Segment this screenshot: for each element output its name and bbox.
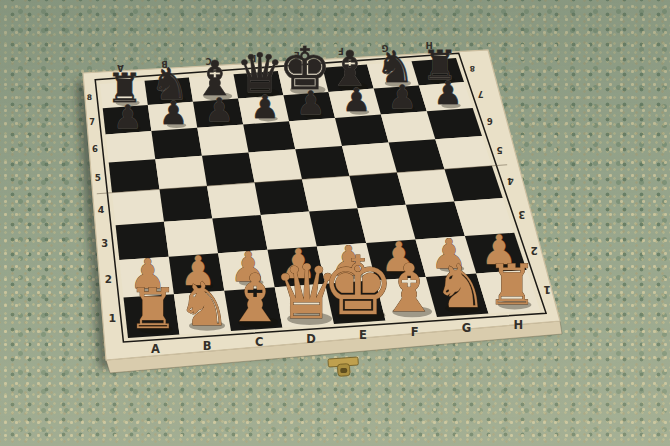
file-label-near-C: C [255, 335, 263, 349]
piece-black-pawn-c7: ♟ [205, 91, 234, 129]
piece-white-knight-g1: ♞ [434, 251, 488, 321]
rank-label-right-3: 3 [518, 209, 525, 220]
square-f4 [350, 173, 406, 209]
file-label-near-B: B [203, 339, 212, 353]
square-d5 [249, 149, 302, 182]
piece-white-knight-b1: ♞ [177, 269, 231, 339]
photo-scene: 1122334455667788AABBCCDDEEFFGGHH♜♞♝♛♚♝♞♜… [0, 0, 670, 446]
square-c4 [207, 183, 261, 219]
square-d6 [243, 121, 295, 152]
rank-label-left-6: 6 [92, 144, 98, 154]
square-c5 [202, 153, 255, 187]
square-a6 [106, 131, 156, 162]
square-e6 [289, 118, 342, 149]
square-h6 [427, 108, 482, 139]
square-a4 [112, 189, 164, 225]
rank-label-left-1: 1 [108, 312, 116, 325]
piece-black-pawn-g7: ♟ [388, 78, 417, 116]
file-label-near-G: G [462, 321, 471, 335]
rank-label-right-8: 8 [470, 64, 475, 73]
piece-black-pawn-h7: ♟ [434, 74, 463, 112]
square-b6 [151, 128, 202, 159]
square-f6 [335, 115, 389, 146]
rank-label-left-2: 2 [105, 273, 112, 285]
rank-label-right-5: 5 [497, 145, 503, 155]
file-label-near-F: F [411, 325, 419, 339]
square-d4 [255, 179, 310, 215]
rank-label-right-1: 1 [543, 283, 551, 296]
rank-label-right-7: 7 [478, 89, 484, 99]
square-b4 [160, 186, 213, 222]
rank-label-left-4: 4 [98, 204, 105, 215]
square-g5 [389, 139, 445, 172]
square-e4 [302, 176, 358, 212]
file-label-near-H: H [514, 318, 524, 332]
piece-black-pawn-b7: ♟ [159, 94, 188, 132]
piece-black-pawn-d7: ♟ [251, 88, 280, 126]
piece-black-pawn-f7: ♟ [342, 81, 371, 119]
piece-white-rook-h1: ♜ [487, 252, 537, 317]
box-clasp [328, 357, 358, 376]
piece-black-pawn-e7: ♟ [296, 84, 325, 122]
square-f5 [342, 143, 397, 176]
rank-label-left-8: 8 [87, 93, 92, 102]
square-g4 [397, 169, 454, 205]
piece-white-bishop-f1: ♝ [379, 249, 438, 327]
rank-label-right-4: 4 [507, 176, 514, 187]
rank-label-left-3: 3 [101, 238, 108, 249]
square-a5 [109, 159, 160, 193]
piece-black-pawn-a7: ♟ [113, 98, 142, 136]
square-e5 [295, 146, 349, 179]
file-label-near-A: A [151, 342, 160, 356]
square-h5 [435, 136, 492, 169]
square-g6 [381, 111, 435, 142]
piece-white-rook-a1: ♜ [128, 276, 178, 341]
rank-label-right-6: 6 [487, 116, 493, 126]
rank-label-left-5: 5 [95, 173, 101, 183]
chessboard-photo: 1122334455667788AABBCCDDEEFFGGHH♜♞♝♛♚♝♞♜… [0, 0, 670, 446]
rank-label-left-7: 7 [89, 117, 95, 127]
square-b5 [155, 156, 207, 190]
square-c6 [197, 125, 248, 156]
